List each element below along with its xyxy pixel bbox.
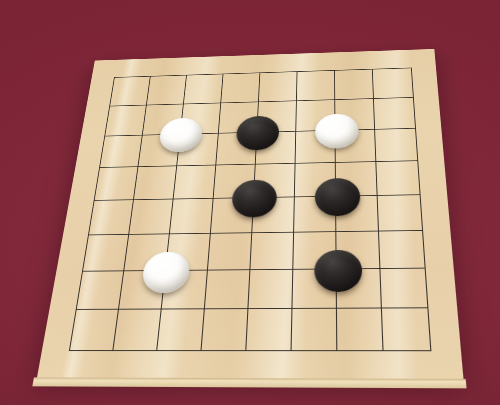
board-cell[interactable] xyxy=(259,72,298,102)
board-cell[interactable] xyxy=(379,231,425,269)
board-cell[interactable] xyxy=(83,235,129,272)
board-cell[interactable] xyxy=(134,166,177,200)
board-surface xyxy=(37,49,463,379)
black-stone[interactable] xyxy=(314,249,362,291)
board-cell[interactable] xyxy=(250,233,294,271)
board-cell[interactable] xyxy=(70,310,119,350)
board-cell[interactable] xyxy=(374,98,415,130)
table-background xyxy=(0,0,500,405)
board-cell[interactable] xyxy=(382,308,430,350)
board-cell[interactable] xyxy=(129,199,173,234)
board-cell[interactable] xyxy=(89,200,134,235)
board-cell[interactable] xyxy=(380,269,427,309)
board-cell[interactable] xyxy=(174,165,217,199)
board-cell[interactable] xyxy=(221,73,260,103)
board-cell[interactable] xyxy=(202,309,249,350)
board-cell[interactable] xyxy=(297,71,335,101)
board-cell[interactable] xyxy=(157,309,205,350)
board-cell[interactable] xyxy=(205,270,251,309)
board-cell[interactable] xyxy=(376,161,419,196)
board-cell[interactable] xyxy=(378,195,422,231)
board-cell[interactable] xyxy=(147,75,187,105)
board-cell[interactable] xyxy=(246,309,292,350)
board-cell[interactable] xyxy=(335,70,374,100)
board-cell[interactable] xyxy=(373,68,413,99)
board-cell[interactable] xyxy=(184,74,224,104)
board-cell[interactable] xyxy=(113,309,161,350)
board-cell[interactable] xyxy=(292,309,338,350)
board-cell[interactable] xyxy=(100,135,143,167)
board-cell[interactable] xyxy=(110,77,151,107)
board-cell[interactable] xyxy=(208,233,252,270)
board-cell[interactable] xyxy=(375,129,417,162)
board-cell[interactable] xyxy=(77,271,125,310)
board-cell[interactable] xyxy=(105,105,147,136)
white-stone[interactable] xyxy=(315,113,359,148)
board-cell[interactable] xyxy=(337,308,384,350)
board-cell[interactable] xyxy=(170,199,214,235)
go-board xyxy=(37,49,463,379)
board-cell[interactable] xyxy=(95,167,139,201)
board-cell[interactable] xyxy=(248,270,293,309)
